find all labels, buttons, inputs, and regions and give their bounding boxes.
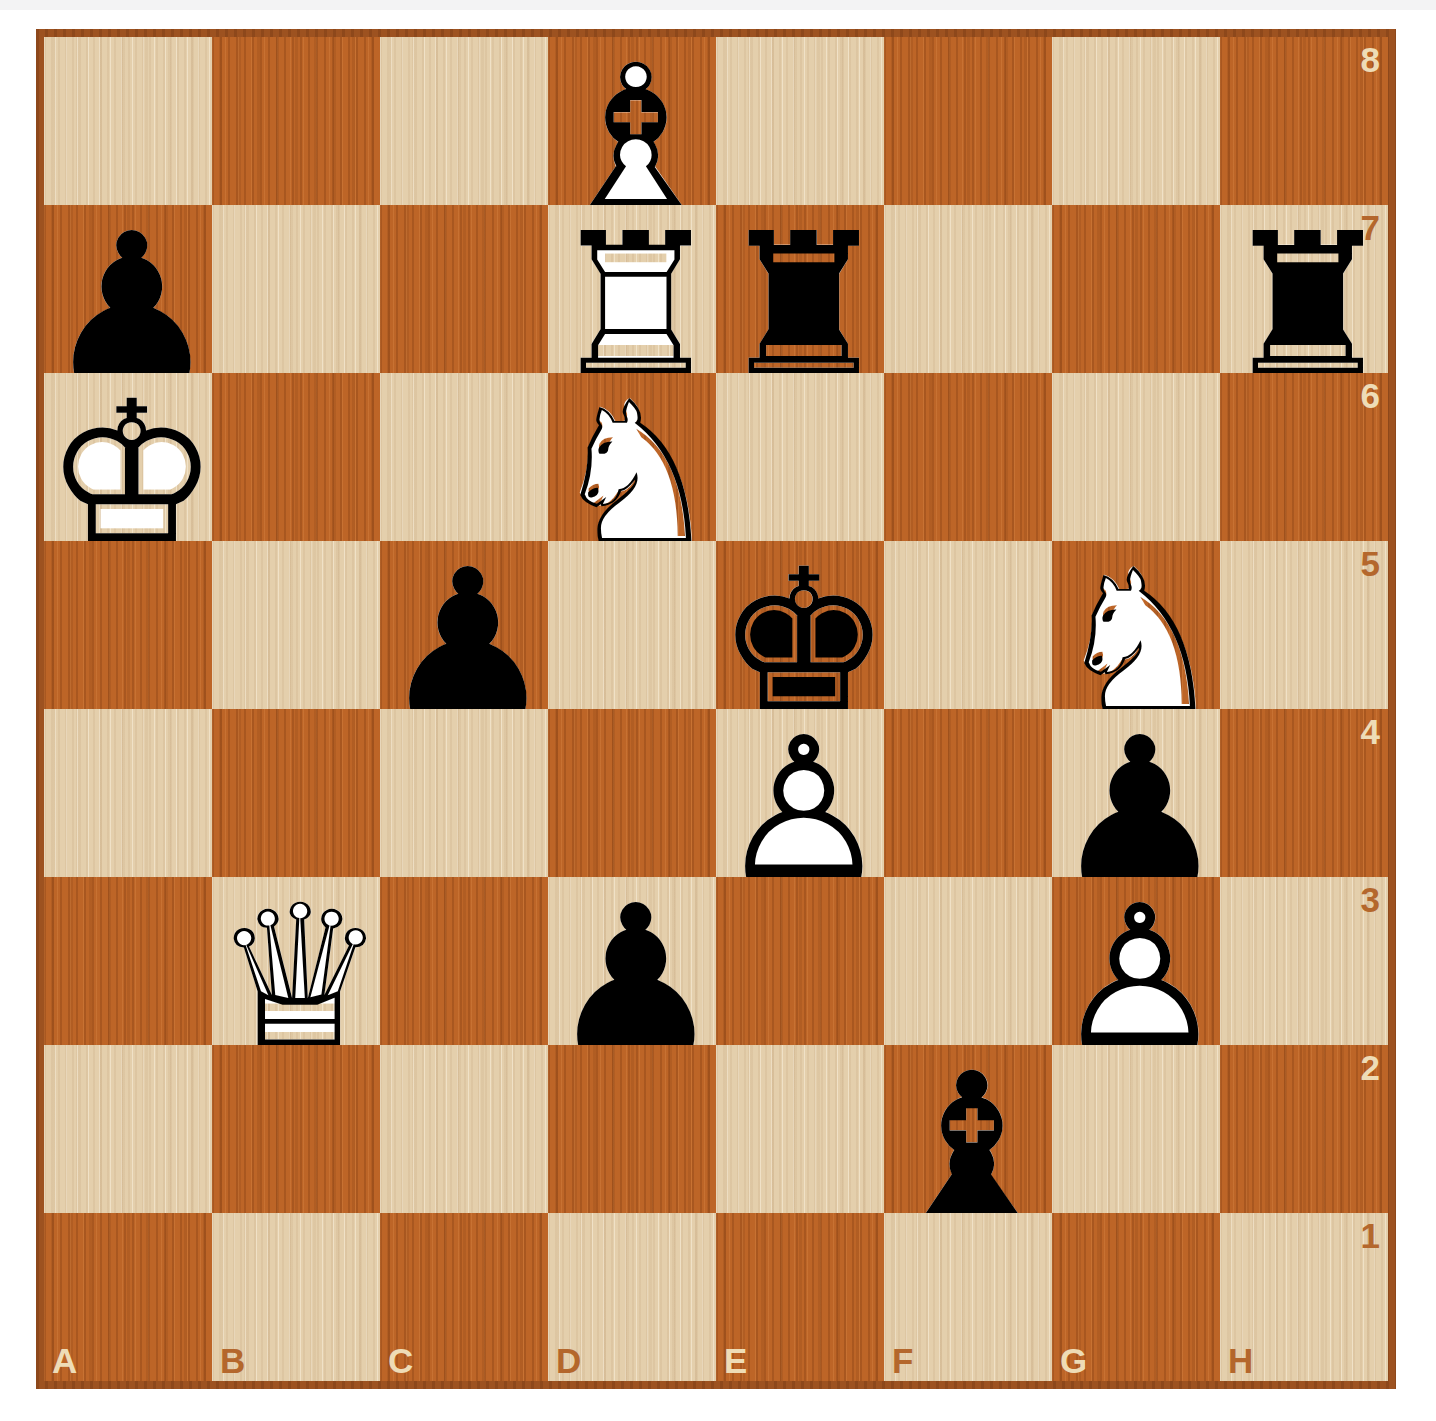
square-h6[interactable]: 6 <box>1220 373 1388 541</box>
square-a5[interactable] <box>44 541 212 709</box>
square-b8[interactable] <box>212 37 380 205</box>
white-queen-b3[interactable]: ♛♕ <box>212 877 380 1045</box>
square-c3[interactable] <box>380 877 548 1045</box>
square-h8[interactable]: 8 <box>1220 37 1388 205</box>
black-pawn-g4[interactable]: ♙♟ <box>1052 709 1220 877</box>
square-h5[interactable]: 5 <box>1220 541 1388 709</box>
square-h7[interactable]: ♖♜7 <box>1220 205 1388 373</box>
square-g4[interactable]: ♙♟ <box>1052 709 1220 877</box>
square-a7[interactable]: ♙♟ <box>44 205 212 373</box>
square-d5[interactable] <box>548 541 716 709</box>
rank-label-3: 3 <box>1361 882 1380 917</box>
square-b3[interactable]: ♛♕ <box>212 877 380 1045</box>
top-strip <box>0 0 1436 10</box>
square-g1[interactable]: G <box>1052 1213 1220 1381</box>
square-f6[interactable] <box>884 373 1052 541</box>
square-f7[interactable] <box>884 205 1052 373</box>
rank-label-1: 1 <box>1361 1218 1380 1253</box>
rank-label-2: 2 <box>1361 1050 1380 1085</box>
rank-label-7: 7 <box>1361 210 1380 245</box>
square-g5[interactable]: ♞♘ <box>1052 541 1220 709</box>
black-king-e5[interactable]: ♔♚ <box>716 541 884 709</box>
square-b5[interactable] <box>212 541 380 709</box>
file-label-e: E <box>724 1343 747 1378</box>
square-b7[interactable] <box>212 205 380 373</box>
square-h2[interactable]: 2 <box>1220 1045 1388 1213</box>
square-d1[interactable]: D <box>548 1213 716 1381</box>
square-a3[interactable] <box>44 877 212 1045</box>
square-a1[interactable]: A <box>44 1213 212 1381</box>
board-grid: ♝♗8♙♟♜♖♖♜♖♜7♚♔♞♘6♙♟♔♚♞♘5♟♙♙♟4♛♕♙♟♟♙3♗♝2A… <box>44 37 1388 1381</box>
white-rook-d7[interactable]: ♜♖ <box>548 205 716 373</box>
square-b6[interactable] <box>212 373 380 541</box>
square-c2[interactable] <box>380 1045 548 1213</box>
white-pawn-g3[interactable]: ♟♙ <box>1052 877 1220 1045</box>
rank-label-8: 8 <box>1361 42 1380 77</box>
white-king-a6[interactable]: ♚♔ <box>44 373 212 541</box>
file-label-b: B <box>220 1343 245 1378</box>
white-knight-d6[interactable]: ♞♘ <box>548 373 716 541</box>
square-c8[interactable] <box>380 37 548 205</box>
white-bishop-d8[interactable]: ♝♗ <box>548 37 716 205</box>
file-label-a: A <box>52 1343 77 1378</box>
square-c1[interactable]: C <box>380 1213 548 1381</box>
square-h3[interactable]: 3 <box>1220 877 1388 1045</box>
white-pawn-e4[interactable]: ♟♙ <box>716 709 884 877</box>
file-label-g: G <box>1060 1343 1087 1378</box>
square-c7[interactable] <box>380 205 548 373</box>
file-label-c: C <box>388 1343 413 1378</box>
file-label-h: H <box>1228 1343 1253 1378</box>
square-g8[interactable] <box>1052 37 1220 205</box>
square-e2[interactable] <box>716 1045 884 1213</box>
rank-label-5: 5 <box>1361 546 1380 581</box>
square-h1[interactable]: 1H <box>1220 1213 1388 1381</box>
rank-label-4: 4 <box>1361 714 1380 749</box>
chess-board: ♝♗8♙♟♜♖♖♜♖♜7♚♔♞♘6♙♟♔♚♞♘5♟♙♙♟4♛♕♙♟♟♙3♗♝2A… <box>36 29 1396 1389</box>
square-e4[interactable]: ♟♙ <box>716 709 884 877</box>
rank-label-6: 6 <box>1361 378 1380 413</box>
square-a6[interactable]: ♚♔ <box>44 373 212 541</box>
square-d4[interactable] <box>548 709 716 877</box>
square-c5[interactable]: ♙♟ <box>380 541 548 709</box>
square-e3[interactable] <box>716 877 884 1045</box>
square-e8[interactable] <box>716 37 884 205</box>
square-f8[interactable] <box>884 37 1052 205</box>
square-f2[interactable]: ♗♝ <box>884 1045 1052 1213</box>
square-a2[interactable] <box>44 1045 212 1213</box>
file-label-f: F <box>892 1343 913 1378</box>
square-f1[interactable]: F <box>884 1213 1052 1381</box>
file-label-d: D <box>556 1343 581 1378</box>
square-g7[interactable] <box>1052 205 1220 373</box>
black-pawn-c5[interactable]: ♙♟ <box>380 541 548 709</box>
square-g3[interactable]: ♟♙ <box>1052 877 1220 1045</box>
square-b1[interactable]: B <box>212 1213 380 1381</box>
square-e6[interactable] <box>716 373 884 541</box>
square-e1[interactable]: E <box>716 1213 884 1381</box>
square-g6[interactable] <box>1052 373 1220 541</box>
square-f3[interactable] <box>884 877 1052 1045</box>
black-pawn-a7[interactable]: ♙♟ <box>44 205 212 373</box>
square-e7[interactable]: ♖♜ <box>716 205 884 373</box>
square-a4[interactable] <box>44 709 212 877</box>
square-f4[interactable] <box>884 709 1052 877</box>
square-h4[interactable]: 4 <box>1220 709 1388 877</box>
square-d7[interactable]: ♜♖ <box>548 205 716 373</box>
black-pawn-d3[interactable]: ♙♟ <box>548 877 716 1045</box>
square-b2[interactable] <box>212 1045 380 1213</box>
square-d8[interactable]: ♝♗ <box>548 37 716 205</box>
square-g2[interactable] <box>1052 1045 1220 1213</box>
black-rook-e7[interactable]: ♖♜ <box>716 205 884 373</box>
square-d6[interactable]: ♞♘ <box>548 373 716 541</box>
square-d3[interactable]: ♙♟ <box>548 877 716 1045</box>
square-c6[interactable] <box>380 373 548 541</box>
square-f5[interactable] <box>884 541 1052 709</box>
square-d2[interactable] <box>548 1045 716 1213</box>
white-knight-g5[interactable]: ♞♘ <box>1052 541 1220 709</box>
black-bishop-f2[interactable]: ♗♝ <box>884 1045 1052 1213</box>
square-e5[interactable]: ♔♚ <box>716 541 884 709</box>
square-a8[interactable] <box>44 37 212 205</box>
square-b4[interactable] <box>212 709 380 877</box>
square-c4[interactable] <box>380 709 548 877</box>
